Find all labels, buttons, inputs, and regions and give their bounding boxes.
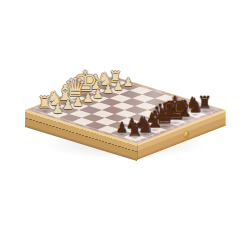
piece-white-pawn[interactable]: ♟ <box>62 99 73 112</box>
piece-white-pawn[interactable]: ♟ <box>113 81 123 93</box>
piece-white-pawn[interactable]: ♟ <box>123 77 133 89</box>
chess-set-photo: ♜♞♝♛♚♝♞♜♟♟♟♟♟♟♟♟♟♟♟♟♟♟♟♟♜♞♝♛♚♝♞♜ <box>0 0 250 250</box>
piece-white-pawn[interactable]: ♟ <box>103 85 114 97</box>
piece-white-pawn[interactable]: ♟ <box>82 92 93 104</box>
piece-white-pawn[interactable]: ♟ <box>93 88 104 100</box>
piece-white-rook[interactable]: ♜ <box>38 95 53 112</box>
piece-white-pawn[interactable]: ♟ <box>72 96 83 108</box>
brass-clasp <box>184 130 188 139</box>
piece-white-pawn[interactable]: ♟ <box>52 103 63 116</box>
piece-black-rook[interactable]: ♜ <box>126 121 142 139</box>
